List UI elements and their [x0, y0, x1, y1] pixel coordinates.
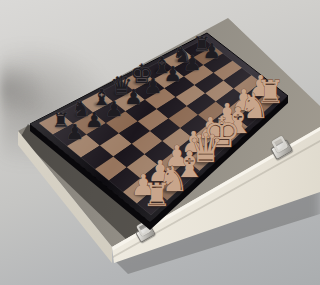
piece-black-pawn-d7[interactable]: ♟ — [124, 85, 142, 109]
piece-black-pawn-h7[interactable]: ♟ — [203, 39, 221, 63]
piece-black-pawn-e7[interactable]: ♟ — [144, 74, 162, 98]
chess-set-photo: ♜♟♞♟♝♟♚♟♛♟♜♟♝♟♟♞♞♟♟♜♝♟♟♚♟♛♟♝♟♞♟♜ — [0, 0, 320, 285]
piece-black-pawn-f7[interactable]: ♟ — [163, 62, 181, 86]
piece-black-pawn-b7[interactable]: ♟ — [85, 108, 103, 132]
piece-black-pawn-c7[interactable]: ♟ — [105, 97, 123, 121]
piece-white-rook-a1[interactable]: ♜ — [143, 176, 172, 214]
piece-black-pawn-g7[interactable]: ♟ — [183, 51, 201, 75]
chess-board-svg: ♜♟♞♟♝♟♚♟♛♟♜♟♝♟♟♞♞♟♟♜♝♟♟♚♟♛♟♝♟♞♟♜ — [0, 0, 320, 285]
piece-black-pawn-a7[interactable]: ♟ — [65, 120, 83, 144]
